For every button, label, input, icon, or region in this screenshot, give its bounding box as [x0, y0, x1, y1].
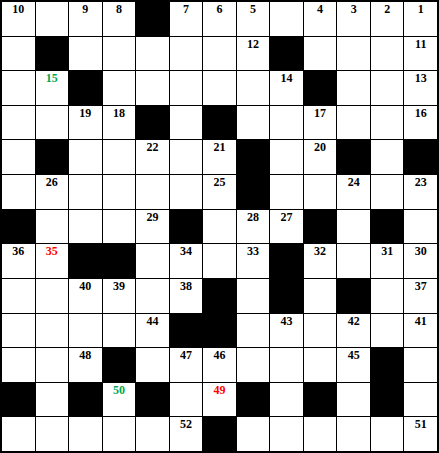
cell-r12c7[interactable]: 49 — [203, 383, 236, 417]
cell-r1c4[interactable]: 8 — [103, 2, 136, 36]
block-cell-r10c7 — [203, 314, 236, 348]
cell-r7c3[interactable] — [69, 210, 102, 244]
cell-r6c1[interactable] — [2, 175, 35, 209]
cell-r8c7[interactable] — [203, 244, 236, 278]
cell-r11c13[interactable] — [404, 348, 437, 382]
clue-number-32: 32 — [314, 244, 326, 258]
cell-r5c9[interactable] — [270, 140, 303, 174]
cell-r10c10[interactable] — [304, 314, 337, 348]
cell-r2c6[interactable] — [170, 37, 203, 71]
cell-r5c5[interactable]: 22 — [136, 140, 169, 174]
block-cell-r8c4 — [103, 244, 136, 278]
clue-number-22: 22 — [146, 140, 158, 154]
clue-number-33: 33 — [247, 244, 259, 258]
cell-r7c8[interactable]: 28 — [237, 210, 270, 244]
cell-r4c9[interactable] — [270, 106, 303, 140]
block-cell-r12c5 — [136, 383, 169, 417]
clue-number-46: 46 — [213, 348, 225, 362]
block-cell-r7c10 — [304, 210, 337, 244]
cell-r3c1[interactable] — [2, 71, 35, 105]
cell-r11c3[interactable]: 48 — [69, 348, 102, 382]
cell-r8c8[interactable]: 33 — [237, 244, 270, 278]
cell-r5c3[interactable] — [69, 140, 102, 174]
clue-number-51: 51 — [415, 417, 427, 431]
cell-r10c2[interactable] — [36, 314, 69, 348]
block-cell-r8c9 — [270, 244, 303, 278]
cell-r9c2[interactable] — [36, 279, 69, 313]
clue-number-8: 8 — [116, 2, 122, 16]
cell-r6c3[interactable] — [69, 175, 102, 209]
cell-r4c1[interactable] — [2, 106, 35, 140]
cell-r6c2[interactable]: 26 — [36, 175, 69, 209]
cell-r13c5[interactable] — [136, 417, 169, 451]
cell-r7c4[interactable] — [103, 210, 136, 244]
cell-r7c11[interactable] — [337, 210, 370, 244]
clue-number-42: 42 — [348, 314, 360, 328]
cell-r7c13[interactable] — [404, 210, 437, 244]
clue-number-11: 11 — [415, 37, 426, 51]
clue-number-27: 27 — [281, 210, 293, 224]
clue-number-16: 16 — [415, 106, 427, 120]
cell-r10c12[interactable] — [371, 314, 404, 348]
cell-r10c1[interactable] — [2, 314, 35, 348]
cell-r11c8[interactable] — [237, 348, 270, 382]
cell-r13c4[interactable] — [103, 417, 136, 451]
block-cell-r13c7 — [203, 417, 236, 451]
block-cell-r12c10 — [304, 383, 337, 417]
clue-number-31: 31 — [381, 244, 393, 258]
cell-r11c2[interactable] — [36, 348, 69, 382]
cell-r9c12[interactable] — [371, 279, 404, 313]
block-cell-r11c4 — [103, 348, 136, 382]
block-cell-r5c2 — [36, 140, 69, 174]
cell-r5c7[interactable]: 21 — [203, 140, 236, 174]
cell-r8c12[interactable]: 31 — [371, 244, 404, 278]
cell-r2c1[interactable] — [2, 37, 35, 71]
cell-r4c8[interactable] — [237, 106, 270, 140]
cell-r7c7[interactable] — [203, 210, 236, 244]
cell-r13c8[interactable] — [237, 417, 270, 451]
clue-number-35: 35 — [46, 244, 58, 258]
block-cell-r7c12 — [371, 210, 404, 244]
block-cell-r9c11 — [337, 279, 370, 313]
clue-number-7: 7 — [183, 2, 189, 16]
clue-number-13: 13 — [415, 71, 427, 85]
clue-number-26: 26 — [46, 175, 58, 189]
block-cell-r12c8 — [237, 383, 270, 417]
cell-r1c7[interactable]: 6 — [203, 2, 236, 36]
cell-r10c4[interactable] — [103, 314, 136, 348]
clue-number-2: 2 — [384, 2, 390, 16]
cell-r10c5[interactable]: 44 — [136, 314, 169, 348]
cell-r8c1[interactable]: 36 — [2, 244, 35, 278]
cell-r2c12[interactable] — [371, 37, 404, 71]
cell-r4c2[interactable] — [36, 106, 69, 140]
cell-r9c13[interactable]: 37 — [404, 279, 437, 313]
block-cell-r5c11 — [337, 140, 370, 174]
cell-r8c11[interactable] — [337, 244, 370, 278]
cell-r6c6[interactable] — [170, 175, 203, 209]
cell-r6c10[interactable] — [304, 175, 337, 209]
cell-r9c6[interactable]: 38 — [170, 279, 203, 313]
clue-number-52: 52 — [180, 417, 192, 431]
cell-r11c11[interactable]: 45 — [337, 348, 370, 382]
clue-number-39: 39 — [113, 279, 125, 293]
cell-r9c5[interactable] — [136, 279, 169, 313]
block-cell-r9c9 — [270, 279, 303, 313]
clue-number-47: 47 — [180, 348, 192, 362]
block-cell-r2c2 — [36, 37, 69, 71]
cell-r12c11[interactable] — [337, 383, 370, 417]
cell-r4c3[interactable]: 19 — [69, 106, 102, 140]
cell-r12c4[interactable]: 50 — [103, 383, 136, 417]
clue-number-24: 24 — [348, 175, 360, 189]
cell-r3c8[interactable] — [237, 71, 270, 105]
block-cell-r3c3 — [69, 71, 102, 105]
block-cell-r8c3 — [69, 244, 102, 278]
cell-r13c3[interactable] — [69, 417, 102, 451]
cell-r11c1[interactable] — [2, 348, 35, 382]
clue-number-5: 5 — [250, 2, 256, 16]
clue-number-43: 43 — [281, 314, 293, 328]
cell-r2c11[interactable] — [337, 37, 370, 71]
block-cell-r5c13 — [404, 140, 437, 174]
cell-r11c10[interactable] — [304, 348, 337, 382]
cell-r13c10[interactable] — [304, 417, 337, 451]
cell-r10c13[interactable]: 41 — [404, 314, 437, 348]
clue-number-30: 30 — [415, 244, 427, 258]
cell-r2c10[interactable] — [304, 37, 337, 71]
cell-r10c11[interactable]: 42 — [337, 314, 370, 348]
cell-r1c8[interactable]: 5 — [237, 2, 270, 36]
block-cell-r3c10 — [304, 71, 337, 105]
cell-r1c1[interactable]: 10 — [2, 2, 35, 36]
cell-r4c12[interactable] — [371, 106, 404, 140]
cell-r4c4[interactable]: 18 — [103, 106, 136, 140]
block-cell-r12c3 — [69, 383, 102, 417]
cell-r13c2[interactable] — [36, 417, 69, 451]
cell-r4c11[interactable] — [337, 106, 370, 140]
cell-r8c6[interactable]: 34 — [170, 244, 203, 278]
cell-r8c10[interactable]: 32 — [304, 244, 337, 278]
cell-r1c3[interactable]: 9 — [69, 2, 102, 36]
cell-r1c13[interactable]: 1 — [404, 2, 437, 36]
cell-r3c2[interactable]: 15 — [36, 71, 69, 105]
clue-number-48: 48 — [79, 348, 91, 362]
cell-r4c13[interactable]: 16 — [404, 106, 437, 140]
cell-r12c9[interactable] — [270, 383, 303, 417]
cell-r3c6[interactable] — [170, 71, 203, 105]
cell-r11c7[interactable]: 46 — [203, 348, 236, 382]
clue-number-17: 17 — [314, 106, 326, 120]
block-cell-r6c8 — [237, 175, 270, 209]
block-cell-r7c6 — [170, 210, 203, 244]
cell-r3c7[interactable] — [203, 71, 236, 105]
cell-r5c12[interactable] — [371, 140, 404, 174]
block-cell-r7c1 — [2, 210, 35, 244]
block-cell-r10c6 — [170, 314, 203, 348]
cell-r8c13[interactable]: 30 — [404, 244, 437, 278]
clue-number-37: 37 — [415, 279, 427, 293]
block-cell-r11c12 — [371, 348, 404, 382]
cell-r6c11[interactable]: 24 — [337, 175, 370, 209]
clue-number-4: 4 — [317, 2, 323, 16]
clue-number-45: 45 — [348, 348, 360, 362]
cell-r7c2[interactable] — [36, 210, 69, 244]
block-cell-r2c9 — [270, 37, 303, 71]
clue-number-12: 12 — [247, 37, 259, 51]
clue-number-34: 34 — [180, 244, 192, 258]
cell-r3c4[interactable] — [103, 71, 136, 105]
cell-r10c3[interactable] — [69, 314, 102, 348]
cell-r1c2[interactable] — [36, 2, 69, 36]
clue-number-36: 36 — [12, 244, 24, 258]
cell-r3c12[interactable] — [371, 71, 404, 105]
clue-number-21: 21 — [213, 140, 225, 154]
block-cell-r4c7 — [203, 106, 236, 140]
clue-number-3: 3 — [351, 2, 357, 16]
cell-r1c11[interactable]: 3 — [337, 2, 370, 36]
cell-r11c9[interactable] — [270, 348, 303, 382]
clue-number-23: 23 — [415, 175, 427, 189]
cell-r12c13[interactable] — [404, 383, 437, 417]
cell-r9c1[interactable] — [2, 279, 35, 313]
clue-number-41: 41 — [415, 314, 427, 328]
cell-r12c2[interactable] — [36, 383, 69, 417]
cell-r13c12[interactable] — [371, 417, 404, 451]
cell-r1c9[interactable] — [270, 2, 303, 36]
cell-r11c6[interactable]: 47 — [170, 348, 203, 382]
cell-r2c8[interactable]: 12 — [237, 37, 270, 71]
cell-r9c3[interactable]: 40 — [69, 279, 102, 313]
clue-number-18: 18 — [113, 106, 125, 120]
cell-r3c5[interactable] — [136, 71, 169, 105]
clue-number-28: 28 — [247, 210, 259, 224]
clue-number-50: 50 — [113, 383, 125, 397]
cell-r2c5[interactable] — [136, 37, 169, 71]
block-cell-r4c5 — [136, 106, 169, 140]
cell-r7c9[interactable]: 27 — [270, 210, 303, 244]
block-cell-r9c7 — [203, 279, 236, 313]
cell-r10c9[interactable]: 43 — [270, 314, 303, 348]
cell-r13c11[interactable] — [337, 417, 370, 451]
cell-r6c9[interactable] — [270, 175, 303, 209]
clue-number-19: 19 — [79, 106, 91, 120]
cell-r13c13[interactable]: 51 — [404, 417, 437, 451]
cell-r4c10[interactable]: 17 — [304, 106, 337, 140]
block-cell-r12c1 — [2, 383, 35, 417]
clue-number-1: 1 — [418, 2, 424, 16]
cell-r6c13[interactable]: 23 — [404, 175, 437, 209]
cell-r5c6[interactable] — [170, 140, 203, 174]
clue-number-20: 20 — [314, 140, 326, 154]
cell-r9c4[interactable]: 39 — [103, 279, 136, 313]
cell-r5c1[interactable] — [2, 140, 35, 174]
cell-r9c10[interactable] — [304, 279, 337, 313]
cell-r13c6[interactable]: 52 — [170, 417, 203, 451]
cell-r5c10[interactable]: 20 — [304, 140, 337, 174]
cell-r12c6[interactable] — [170, 383, 203, 417]
clue-number-29: 29 — [146, 210, 158, 224]
crossword-grid: 1098765432112111514131918171622212026252… — [0, 0, 439, 453]
cell-r6c7[interactable]: 25 — [203, 175, 236, 209]
cell-r13c1[interactable] — [2, 417, 35, 451]
block-cell-r5c8 — [237, 140, 270, 174]
clue-number-49: 49 — [213, 383, 225, 397]
cell-r2c13[interactable]: 11 — [404, 37, 437, 71]
cell-r2c3[interactable] — [69, 37, 102, 71]
cell-r9c8[interactable] — [237, 279, 270, 313]
cell-r6c12[interactable] — [371, 175, 404, 209]
clue-number-15: 15 — [46, 71, 58, 85]
cell-r8c5[interactable] — [136, 244, 169, 278]
clue-number-14: 14 — [281, 71, 293, 85]
cell-r10c8[interactable] — [237, 314, 270, 348]
clue-number-38: 38 — [180, 279, 192, 293]
cell-r13c9[interactable] — [270, 417, 303, 451]
clue-number-44: 44 — [146, 314, 158, 328]
cell-r4c6[interactable] — [170, 106, 203, 140]
clue-number-6: 6 — [216, 2, 222, 16]
clue-number-9: 9 — [82, 2, 88, 16]
block-cell-r1c5 — [136, 2, 169, 36]
cell-r3c11[interactable] — [337, 71, 370, 105]
cell-r8c2[interactable]: 35 — [36, 244, 69, 278]
cell-r7c5[interactable]: 29 — [136, 210, 169, 244]
cell-r1c12[interactable]: 2 — [371, 2, 404, 36]
cell-r3c13[interactable]: 13 — [404, 71, 437, 105]
clue-number-40: 40 — [79, 279, 91, 293]
cell-r5c4[interactable] — [103, 140, 136, 174]
cell-r1c6[interactable]: 7 — [170, 2, 203, 36]
cell-r6c4[interactable] — [103, 175, 136, 209]
cell-r6c5[interactable] — [136, 175, 169, 209]
clue-number-25: 25 — [213, 175, 225, 189]
clue-number-10: 10 — [12, 2, 24, 16]
cell-r2c7[interactable] — [203, 37, 236, 71]
cell-r11c5[interactable] — [136, 348, 169, 382]
cell-r1c10[interactable]: 4 — [304, 2, 337, 36]
cell-r3c9[interactable]: 14 — [270, 71, 303, 105]
block-cell-r12c12 — [371, 383, 404, 417]
cell-r2c4[interactable] — [103, 37, 136, 71]
